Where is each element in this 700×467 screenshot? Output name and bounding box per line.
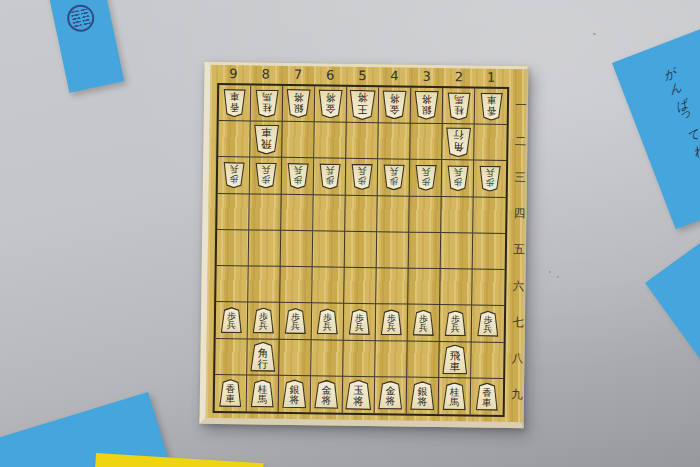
piece-gote-knight[interactable]: 桂馬 [446,92,470,120]
handwritten-note-text: がんばってね [657,57,700,156]
piece-sente-pawn[interactable]: 歩兵 [477,311,499,337]
square-3-5[interactable] [409,233,442,270]
square-3-8[interactable] [407,341,440,378]
piece-kanji: 銀将 [421,93,431,114]
square-8-5[interactable] [249,230,282,267]
rank-label-9: 九 [509,377,526,413]
piece-gote-pawn[interactable]: 歩兵 [446,165,468,191]
square-3-4[interactable] [409,196,442,233]
square-7-2[interactable] [282,122,315,159]
square-5-1[interactable]: 王将 [347,87,380,124]
square-1-8[interactable] [471,342,504,379]
piece-kanji: 歩兵 [293,165,302,184]
square-9-1[interactable]: 香車 [219,85,252,122]
sticky-note-right [645,207,700,368]
square-6-1[interactable]: 金将 [315,86,348,123]
square-2-7[interactable]: 歩兵 [440,305,473,342]
piece-kanji: 桂馬 [258,385,268,405]
dust-speck [557,276,559,278]
square-4-6[interactable] [376,268,409,305]
square-2-6[interactable] [440,269,473,306]
square-3-3[interactable]: 歩兵 [410,160,443,197]
piece-kanji: 香車 [486,95,496,115]
square-2-3[interactable]: 歩兵 [442,161,475,198]
square-1-6[interactable] [472,270,505,307]
square-5-2[interactable] [346,123,379,160]
square-2-8[interactable]: 飛車 [439,342,472,379]
square-7-1[interactable]: 銀将 [283,86,316,123]
piece-sente-gold[interactable]: 金将 [314,380,339,409]
piece-gote-king[interactable]: 王将 [349,89,376,119]
square-3-6[interactable] [408,269,441,306]
rank-label-3: 三 [512,159,529,195]
piece-gote-silver[interactable]: 銀将 [286,89,311,118]
square-4-2[interactable] [378,123,411,160]
square-5-3[interactable]: 歩兵 [346,159,379,196]
sticky-note-top-right: がんばってね [612,27,700,229]
piece-kanji: 歩兵 [421,167,430,186]
piece-kanji: 銀将 [289,385,299,406]
square-6-7[interactable]: 歩兵 [312,304,345,341]
square-5-5[interactable] [345,232,378,269]
square-9-3[interactable]: 歩兵 [218,157,251,194]
file-label-7: 7 [282,67,314,83]
square-4-5[interactable] [377,232,410,269]
piece-kanji: 角行 [453,129,464,151]
piece-kanji: 銀将 [293,92,303,113]
square-7-7[interactable]: 歩兵 [280,303,313,340]
square-8-1[interactable]: 桂馬 [251,85,284,122]
square-5-4[interactable] [345,195,378,232]
square-3-1[interactable]: 銀将 [411,88,444,125]
square-3-7[interactable]: 歩兵 [408,305,441,342]
rank-label-5: 五 [511,232,528,268]
square-4-8[interactable] [375,341,408,378]
piece-kanji: 歩兵 [389,166,398,185]
file-label-8: 8 [249,66,281,82]
piece-sente-gold[interactable]: 金将 [378,381,403,410]
square-8-4[interactable] [249,194,282,231]
square-4-7[interactable]: 歩兵 [376,305,409,342]
square-8-7[interactable]: 歩兵 [248,303,281,340]
piece-kanji: 香車 [230,91,240,111]
square-1-9[interactable]: 香車 [471,378,504,415]
square-9-5[interactable] [217,230,250,267]
sticky-note-top-left [48,0,124,93]
piece-kanji: 飛車 [449,350,460,372]
board-grid: 香車桂馬銀将金将王将金将銀将桂馬香車飛車角行歩兵歩兵歩兵歩兵歩兵歩兵歩兵歩兵歩兵… [213,83,510,417]
rank-label-1: 一 [513,87,530,123]
piece-gote-pawn[interactable]: 歩兵 [222,162,244,188]
piece-sente-king[interactable]: 玉将 [345,380,372,410]
desk-background: { "game": "shogi", "position": { "sfen":… [0,0,700,467]
square-1-4[interactable] [473,197,506,234]
shogi-board: 987654321 一二三四五六七八九 香車桂馬銀将金将王将金将銀将桂馬香車飛車… [199,62,528,428]
square-7-4[interactable] [281,195,314,232]
rank-labels: 一二三四五六七八九 [509,87,530,413]
piece-sente-pawn[interactable]: 歩兵 [380,309,402,335]
piece-gote-lance[interactable]: 香車 [223,89,246,117]
piece-kanji: 歩兵 [325,165,334,184]
square-8-3[interactable]: 歩兵 [250,158,283,195]
piece-gote-pawn[interactable]: 歩兵 [479,166,501,192]
file-label-9: 9 [217,66,249,82]
piece-kanji: 香車 [226,384,236,404]
square-5-8[interactable] [343,340,376,377]
piece-kanji: 金将 [321,385,331,406]
piece-gote-gold[interactable]: 金将 [382,90,407,119]
piece-sente-pawn[interactable]: 歩兵 [412,310,434,336]
square-8-8[interactable]: 角行 [247,339,280,376]
piece-kanji: 歩兵 [387,314,396,333]
square-9-2[interactable] [218,121,251,158]
piece-gote-pawn[interactable]: 歩兵 [382,164,404,190]
piece-kanji: 歩兵 [451,315,460,334]
square-8-6[interactable] [248,267,281,304]
piece-kanji: 銀将 [417,387,427,408]
square-1-2[interactable] [474,125,507,162]
square-1-3[interactable]: 歩兵 [474,161,507,198]
square-7-6[interactable] [280,267,313,304]
file-label-4: 4 [378,68,410,84]
file-label-3: 3 [411,69,443,85]
rank-label-4: 四 [511,196,528,232]
rank-label-7: 七 [510,304,527,340]
square-9-7[interactable]: 歩兵 [216,302,249,339]
file-label-2: 2 [443,69,475,85]
square-6-4[interactable] [313,195,346,232]
dust-speck [593,33,596,35]
square-3-2[interactable] [410,124,443,161]
piece-sente-pawn[interactable]: 歩兵 [284,308,306,334]
square-6-3[interactable]: 歩兵 [314,159,347,196]
rank-label-2: 二 [512,123,529,159]
square-9-4[interactable] [217,194,250,231]
rank-label-8: 八 [509,341,526,377]
piece-kanji: 歩兵 [453,167,462,186]
square-9-8[interactable] [215,338,248,375]
piece-kanji: 歩兵 [261,165,270,184]
piece-kanji: 玉将 [353,385,364,407]
piece-sente-bishop[interactable]: 角行 [250,342,276,372]
piece-gote-pawn[interactable]: 歩兵 [318,163,340,189]
square-1-5[interactable] [473,233,506,270]
square-6-5[interactable] [313,231,346,268]
piece-kanji: 金将 [325,92,335,113]
piece-kanji: 桂馬 [262,92,272,112]
square-5-7[interactable]: 歩兵 [344,304,377,341]
square-3-9[interactable]: 銀将 [407,377,440,414]
square-4-1[interactable]: 金将 [379,87,412,124]
piece-kanji: 歩兵 [291,313,300,332]
piece-gote-rook[interactable]: 飛車 [253,124,279,154]
file-label-1: 1 [475,70,507,86]
piece-kanji: 歩兵 [419,315,428,334]
piece-kanji: 王将 [357,92,368,114]
piece-kanji: 歩兵 [259,312,268,331]
piece-kanji: 歩兵 [355,314,364,333]
piece-gote-pawn[interactable]: 歩兵 [254,163,276,189]
file-label-5: 5 [346,68,378,84]
piece-gote-bishop[interactable]: 角行 [445,127,471,157]
square-5-9[interactable]: 玉将 [343,376,376,413]
piece-sente-silver[interactable]: 銀将 [282,379,307,408]
square-2-1[interactable]: 桂馬 [443,88,476,125]
square-7-9[interactable]: 銀将 [279,376,312,413]
piece-kanji: 金将 [385,386,395,407]
piece-kanji: 角行 [258,347,269,369]
piece-kanji: 歩兵 [229,164,238,183]
square-8-9[interactable]: 桂馬 [247,375,280,412]
piece-gote-pawn[interactable]: 歩兵 [286,163,308,189]
piece-gote-knight[interactable]: 桂馬 [254,89,278,117]
square-2-2[interactable]: 角行 [442,124,475,161]
rank-label-6: 六 [510,268,527,304]
circular-stamp-seal [65,2,97,34]
piece-kanji: 歩兵 [323,313,332,332]
piece-gote-gold[interactable]: 金将 [318,89,343,118]
piece-kanji: 歩兵 [485,168,494,187]
square-7-5[interactable] [281,231,314,268]
piece-kanji: 歩兵 [357,166,366,185]
sticky-note-yellow [93,453,263,467]
file-label-6: 6 [314,67,346,83]
piece-sente-rook[interactable]: 飛車 [442,344,468,374]
square-2-5[interactable] [441,233,474,270]
piece-sente-knight[interactable]: 桂馬 [442,382,466,410]
square-1-7[interactable]: 歩兵 [472,306,505,343]
square-6-2[interactable] [314,123,347,160]
piece-gote-lance[interactable]: 香車 [479,92,502,120]
piece-kanji: 金将 [389,93,399,114]
piece-kanji: 歩兵 [227,312,236,331]
piece-sente-knight[interactable]: 桂馬 [250,379,274,407]
dust-speck [549,271,551,273]
square-4-9[interactable]: 金将 [375,377,408,414]
piece-sente-silver[interactable]: 銀将 [410,381,435,410]
square-4-4[interactable] [377,196,410,233]
square-8-2[interactable]: 飛車 [250,122,283,159]
piece-sente-pawn[interactable]: 歩兵 [252,307,274,333]
piece-kanji: 桂馬 [449,388,459,408]
piece-sente-lance[interactable]: 香車 [475,382,498,410]
piece-gote-pawn[interactable]: 歩兵 [350,164,372,190]
piece-gote-silver[interactable]: 銀将 [414,91,439,120]
square-6-9[interactable]: 金将 [311,376,344,413]
piece-kanji: 桂馬 [454,94,464,114]
square-7-3[interactable]: 歩兵 [282,158,315,195]
piece-sente-pawn[interactable]: 歩兵 [348,309,370,335]
square-4-3[interactable]: 歩兵 [378,160,411,197]
square-6-6[interactable] [312,267,345,304]
square-2-9[interactable]: 桂馬 [439,378,472,415]
square-9-6[interactable] [216,266,249,303]
piece-sente-pawn[interactable]: 歩兵 [316,308,338,334]
square-9-9[interactable]: 香車 [215,375,248,412]
piece-kanji: 歩兵 [483,316,492,335]
square-5-6[interactable] [344,268,377,305]
piece-sente-pawn[interactable]: 歩兵 [220,307,242,333]
piece-sente-pawn[interactable]: 歩兵 [444,310,466,336]
piece-sente-lance[interactable]: 香車 [219,379,242,407]
square-7-8[interactable] [279,339,312,376]
square-6-8[interactable] [311,340,344,377]
piece-kanji: 香車 [482,388,492,408]
piece-gote-pawn[interactable]: 歩兵 [414,165,436,191]
piece-kanji: 飛車 [261,127,272,149]
square-2-4[interactable] [441,197,474,234]
square-1-1[interactable]: 香車 [475,89,508,126]
